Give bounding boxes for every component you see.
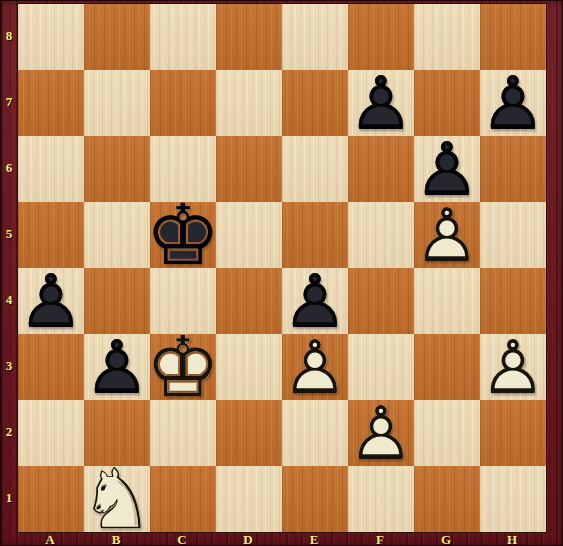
file-label-g: G xyxy=(413,532,479,546)
square-g5[interactable]: ♟♙ xyxy=(414,202,480,268)
square-d2[interactable] xyxy=(216,400,282,466)
rank-label-7: 7 xyxy=(1,69,17,135)
piece-white-pawn[interactable]: ♟♙ xyxy=(348,400,414,466)
square-b8[interactable] xyxy=(84,4,150,70)
white-pawn-outline: ♙ xyxy=(282,334,348,400)
square-e1[interactable] xyxy=(282,466,348,532)
square-g8[interactable] xyxy=(414,4,480,70)
black-pawn-outline: ♙ xyxy=(84,334,150,400)
square-c8[interactable] xyxy=(150,4,216,70)
square-a7[interactable] xyxy=(18,70,84,136)
square-b1[interactable]: ♞♘ xyxy=(84,466,150,532)
piece-black-pawn[interactable]: ♟♙ xyxy=(18,268,84,334)
square-e6[interactable] xyxy=(282,136,348,202)
chessboard-frame: 87654321 ABCDEFGH ♟♙♟♙♟♙♚♔♟♙♟♙♟♙♟♙♚♔♟♙♟♙… xyxy=(0,0,563,546)
square-g2[interactable] xyxy=(414,400,480,466)
square-f2[interactable]: ♟♙ xyxy=(348,400,414,466)
black-pawn-outline: ♙ xyxy=(18,268,84,334)
square-h7[interactable]: ♟♙ xyxy=(480,70,546,136)
square-b5[interactable] xyxy=(84,202,150,268)
square-c5[interactable]: ♚♔ xyxy=(150,202,216,268)
square-d5[interactable] xyxy=(216,202,282,268)
piece-black-king[interactable]: ♚♔ xyxy=(150,202,216,268)
rank-label-5: 5 xyxy=(1,201,17,267)
piece-black-pawn[interactable]: ♟♙ xyxy=(348,70,414,136)
white-king-outline: ♔ xyxy=(150,334,216,400)
square-d1[interactable] xyxy=(216,466,282,532)
piece-white-king[interactable]: ♚♔ xyxy=(150,334,216,400)
square-h1[interactable] xyxy=(480,466,546,532)
square-a6[interactable] xyxy=(18,136,84,202)
square-h3[interactable]: ♟♙ xyxy=(480,334,546,400)
rank-label-4: 4 xyxy=(1,267,17,333)
square-b7[interactable] xyxy=(84,70,150,136)
file-label-a: A xyxy=(17,532,83,546)
rank-label-6: 6 xyxy=(1,135,17,201)
square-d4[interactable] xyxy=(216,268,282,334)
square-f4[interactable] xyxy=(348,268,414,334)
file-label-d: D xyxy=(215,532,281,546)
square-e3[interactable]: ♟♙ xyxy=(282,334,348,400)
square-b3[interactable]: ♟♙ xyxy=(84,334,150,400)
piece-black-pawn[interactable]: ♟♙ xyxy=(84,334,150,400)
black-king-outline: ♔ xyxy=(150,202,216,268)
square-a8[interactable] xyxy=(18,4,84,70)
square-a1[interactable] xyxy=(18,466,84,532)
file-label-f: F xyxy=(347,532,413,546)
piece-black-pawn[interactable]: ♟♙ xyxy=(480,70,546,136)
piece-white-pawn[interactable]: ♟♙ xyxy=(414,202,480,268)
file-label-e: E xyxy=(281,532,347,546)
white-pawn-outline: ♙ xyxy=(480,334,546,400)
square-h5[interactable] xyxy=(480,202,546,268)
square-e7[interactable] xyxy=(282,70,348,136)
square-a4[interactable]: ♟♙ xyxy=(18,268,84,334)
square-d3[interactable] xyxy=(216,334,282,400)
chess-board: ♟♙♟♙♟♙♚♔♟♙♟♙♟♙♟♙♚♔♟♙♟♙♟♙♞♘ xyxy=(17,3,547,533)
rank-labels: 87654321 xyxy=(1,3,17,531)
square-f5[interactable] xyxy=(348,202,414,268)
piece-white-knight[interactable]: ♞♘ xyxy=(84,466,150,532)
square-a2[interactable] xyxy=(18,400,84,466)
square-d6[interactable] xyxy=(216,136,282,202)
piece-white-pawn[interactable]: ♟♙ xyxy=(282,334,348,400)
white-pawn-outline: ♙ xyxy=(348,400,414,466)
square-e8[interactable] xyxy=(282,4,348,70)
square-c3[interactable]: ♚♔ xyxy=(150,334,216,400)
square-c1[interactable] xyxy=(150,466,216,532)
square-d8[interactable] xyxy=(216,4,282,70)
file-label-h: H xyxy=(479,532,545,546)
rank-label-1: 1 xyxy=(1,465,17,531)
white-knight-outline: ♘ xyxy=(84,466,150,532)
rank-label-3: 3 xyxy=(1,333,17,399)
square-c7[interactable] xyxy=(150,70,216,136)
rank-label-8: 8 xyxy=(1,3,17,69)
rank-label-2: 2 xyxy=(1,399,17,465)
square-g3[interactable] xyxy=(414,334,480,400)
square-b6[interactable] xyxy=(84,136,150,202)
black-pawn-outline: ♙ xyxy=(480,70,546,136)
square-d7[interactable] xyxy=(216,70,282,136)
square-f7[interactable]: ♟♙ xyxy=(348,70,414,136)
black-pawn-outline: ♙ xyxy=(348,70,414,136)
square-g1[interactable] xyxy=(414,466,480,532)
file-label-c: C xyxy=(149,532,215,546)
piece-white-pawn[interactable]: ♟♙ xyxy=(480,334,546,400)
white-pawn-outline: ♙ xyxy=(414,202,480,268)
